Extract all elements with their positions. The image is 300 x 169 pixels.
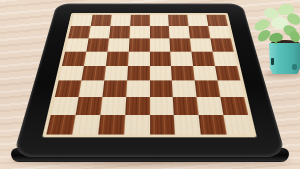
- square-a7[interactable]: [68, 26, 90, 38]
- square-b2[interactable]: [75, 97, 102, 115]
- square-g2[interactable]: [197, 97, 224, 115]
- square-c1[interactable]: [98, 115, 125, 134]
- square-f2[interactable]: [173, 97, 199, 115]
- square-g6[interactable]: [190, 38, 213, 51]
- square-g1[interactable]: [199, 115, 227, 134]
- pot-mark: [292, 64, 297, 70]
- square-a2[interactable]: [51, 97, 79, 115]
- pot-mark: [271, 58, 274, 65]
- square-a4[interactable]: [59, 66, 84, 81]
- square-b1[interactable]: [72, 115, 100, 134]
- square-e6[interactable]: [150, 38, 171, 51]
- board-frame: [13, 3, 286, 157]
- square-e3[interactable]: [150, 81, 174, 97]
- square-g4[interactable]: [193, 66, 217, 81]
- square-c5[interactable]: [106, 51, 129, 65]
- square-d3[interactable]: [126, 81, 150, 97]
- square-e4[interactable]: [150, 66, 173, 81]
- square-h2[interactable]: [221, 97, 249, 115]
- square-c3[interactable]: [102, 81, 127, 97]
- square-d2[interactable]: [125, 97, 150, 115]
- chessboard: [13, 3, 286, 157]
- square-d5[interactable]: [128, 51, 150, 65]
- square-a8[interactable]: [71, 15, 93, 26]
- board-inner-border: [42, 13, 257, 137]
- square-h4[interactable]: [215, 66, 240, 81]
- square-b7[interactable]: [89, 26, 111, 38]
- square-d8[interactable]: [130, 15, 150, 26]
- square-f1[interactable]: [174, 115, 201, 134]
- square-b5[interactable]: [84, 51, 107, 65]
- square-h5[interactable]: [213, 51, 237, 65]
- square-c6[interactable]: [107, 38, 129, 51]
- square-e1[interactable]: [150, 115, 176, 134]
- square-d1[interactable]: [124, 115, 150, 134]
- potted-plant: [252, 2, 300, 78]
- square-f8[interactable]: [168, 15, 188, 26]
- square-d7[interactable]: [129, 26, 149, 38]
- square-h6[interactable]: [210, 38, 233, 51]
- board-grid: [46, 15, 252, 135]
- square-c8[interactable]: [110, 15, 130, 26]
- square-a6[interactable]: [65, 38, 88, 51]
- square-c4[interactable]: [104, 66, 128, 81]
- square-f4[interactable]: [171, 66, 195, 81]
- square-g7[interactable]: [189, 26, 211, 38]
- plant-pot: [269, 43, 300, 74]
- square-c2[interactable]: [100, 97, 126, 115]
- square-b8[interactable]: [91, 15, 112, 26]
- square-g3[interactable]: [195, 81, 221, 97]
- square-h1[interactable]: [224, 115, 253, 134]
- square-b6[interactable]: [86, 38, 109, 51]
- square-d6[interactable]: [128, 38, 149, 51]
- square-e2[interactable]: [150, 97, 175, 115]
- square-f5[interactable]: [171, 51, 194, 65]
- square-d4[interactable]: [127, 66, 150, 81]
- square-a3[interactable]: [55, 81, 81, 97]
- square-g8[interactable]: [187, 15, 208, 26]
- scene: [0, 0, 300, 169]
- square-f6[interactable]: [170, 38, 192, 51]
- square-f3[interactable]: [172, 81, 197, 97]
- square-b3[interactable]: [78, 81, 104, 97]
- square-a1[interactable]: [46, 115, 75, 134]
- square-h7[interactable]: [208, 26, 230, 38]
- square-h3[interactable]: [218, 81, 244, 97]
- square-a5[interactable]: [62, 51, 86, 65]
- square-e5[interactable]: [150, 51, 172, 65]
- square-c7[interactable]: [109, 26, 130, 38]
- square-e7[interactable]: [150, 26, 170, 38]
- square-g5[interactable]: [192, 51, 215, 65]
- square-e8[interactable]: [150, 15, 170, 26]
- square-b4[interactable]: [81, 66, 105, 81]
- square-h8[interactable]: [206, 15, 228, 26]
- square-f7[interactable]: [169, 26, 190, 38]
